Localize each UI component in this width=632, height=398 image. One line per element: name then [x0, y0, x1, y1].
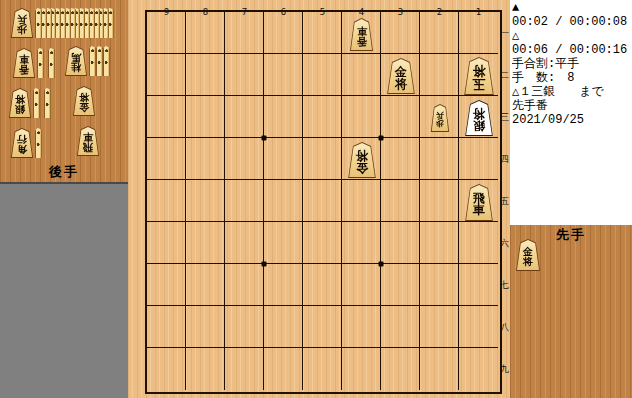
hand-piece-stack-桂馬: [89, 46, 96, 76]
board-square[interactable]: [420, 306, 459, 348]
sente-mark: ▲: [512, 1, 632, 15]
board-square[interactable]: [147, 12, 186, 54]
board-square[interactable]: [225, 54, 264, 96]
board-square[interactable]: [381, 306, 420, 348]
rank-label: 八: [499, 306, 510, 348]
board-square[interactable]: [147, 348, 186, 390]
board-square[interactable]: [303, 180, 342, 222]
board-square[interactable]: [264, 264, 303, 306]
handicap-text: 手合割:平手: [512, 57, 632, 71]
board-square[interactable]: [225, 180, 264, 222]
hand-piece-金将[interactable]: 金 将: [72, 86, 96, 116]
gote-tray-label: 後手: [0, 163, 128, 181]
board-square[interactable]: [147, 138, 186, 180]
board-square[interactable]: [264, 138, 303, 180]
board-square[interactable]: [225, 306, 264, 348]
board-square[interactable]: [264, 54, 303, 96]
board-square[interactable]: [264, 96, 303, 138]
gote-mark: △: [512, 29, 632, 43]
piece-kanji: 角 行: [17, 134, 27, 154]
file-labels: 987654321: [147, 0, 498, 10]
board-square[interactable]: [342, 264, 381, 306]
board-square[interactable]: [225, 348, 264, 390]
piece-kanji: 飛 車: [473, 192, 485, 216]
board-square[interactable]: [147, 222, 186, 264]
hand-piece-stack-銀将: [44, 88, 51, 118]
board-square[interactable]: [420, 264, 459, 306]
last-move-text: △１三銀 まで: [512, 85, 632, 99]
board-square[interactable]: [225, 264, 264, 306]
hand-piece-stack-桂馬: [96, 46, 103, 76]
board-square[interactable]: [186, 12, 225, 54]
board-square[interactable]: [147, 96, 186, 138]
board-square[interactable]: [186, 96, 225, 138]
board-square[interactable]: [459, 348, 498, 390]
right-column: ▲ 00:02 / 00:00:08 △ 00:06 / 00:00:16 手合…: [510, 0, 632, 398]
board-square[interactable]: [303, 138, 342, 180]
hand-piece-stack-香車: [48, 48, 55, 78]
board-square[interactable]: [186, 138, 225, 180]
board-square[interactable]: [147, 180, 186, 222]
board-square[interactable]: [459, 306, 498, 348]
board-square[interactable]: [264, 306, 303, 348]
rank-label: 二: [499, 54, 510, 96]
board-square[interactable]: [147, 54, 186, 96]
board-square[interactable]: [342, 306, 381, 348]
left-gray-panel: [0, 182, 128, 398]
turn-text: 先手番: [512, 99, 632, 113]
piece-kanji: 金 将: [395, 65, 407, 89]
piece-kanji: 玉 将: [473, 65, 486, 92]
board-square[interactable]: [381, 12, 420, 54]
board-square[interactable]: [420, 12, 459, 54]
board-square[interactable]: [420, 180, 459, 222]
hand-piece-歩兵[interactable]: 歩 兵: [10, 8, 34, 38]
rank-label: 九: [499, 348, 510, 390]
shogi-app-window: { "game": "shogi", "position": { "sfen":…: [0, 0, 632, 398]
board-square[interactable]: [420, 222, 459, 264]
board-square[interactable]: [186, 180, 225, 222]
board-square[interactable]: [303, 348, 342, 390]
board-square[interactable]: [303, 306, 342, 348]
date-text: 2021/09/25: [512, 113, 632, 127]
board-square[interactable]: [147, 306, 186, 348]
board-square[interactable]: [303, 12, 342, 54]
board-square[interactable]: [303, 222, 342, 264]
board-square[interactable]: [381, 222, 420, 264]
piece-kanji: 金 将: [523, 246, 533, 266]
board-grid: [145, 10, 502, 394]
star-point: [379, 262, 384, 267]
board-square[interactable]: [264, 180, 303, 222]
piece-kanji: 歩 兵: [17, 14, 27, 34]
board-square[interactable]: [186, 348, 225, 390]
board-square[interactable]: [303, 264, 342, 306]
hand-piece-銀将[interactable]: 銀 将: [8, 88, 32, 118]
board-square[interactable]: [186, 306, 225, 348]
shogi-board: 987654321 一二三四五六七八九 香 車金 将玉 将歩 兵銀 将金 将飛 …: [128, 0, 510, 398]
board-square[interactable]: [303, 54, 342, 96]
board-square[interactable]: [420, 348, 459, 390]
board-square[interactable]: [342, 222, 381, 264]
board-square[interactable]: [381, 264, 420, 306]
board-square[interactable]: [381, 96, 420, 138]
piece-kanji: 金 将: [79, 92, 89, 112]
board-square[interactable]: [342, 96, 381, 138]
board-square[interactable]: [225, 222, 264, 264]
star-point: [262, 136, 267, 141]
piece-kanji: 銀 将: [473, 107, 485, 131]
piece-kanji: 金 将: [356, 149, 368, 173]
board-square[interactable]: [225, 96, 264, 138]
star-point: [379, 136, 384, 141]
star-point: [262, 262, 267, 267]
board-square[interactable]: [381, 180, 420, 222]
gote-time: 00:06 / 00:00:16: [512, 43, 632, 57]
board-square[interactable]: [381, 348, 420, 390]
rank-label: 一: [499, 12, 510, 54]
hand-piece-桂馬[interactable]: 桂 馬: [64, 46, 88, 76]
hand-piece-stack-歩兵: [35, 8, 42, 38]
hand-piece-角行[interactable]: 角 行: [10, 128, 34, 158]
piece-kanji: 飛 車: [83, 132, 93, 152]
hand-piece-香車[interactable]: 香 車: [12, 48, 36, 78]
board-square[interactable]: [303, 96, 342, 138]
rank-label: 五: [499, 180, 510, 222]
board-square[interactable]: [381, 138, 420, 180]
board-square[interactable]: [264, 12, 303, 54]
move-count-text: 手 数: 8: [512, 71, 632, 85]
piece-kanji: 銀 将: [15, 94, 25, 114]
game-info-panel: ▲ 00:02 / 00:00:08 △ 00:06 / 00:00:16 手合…: [510, 0, 632, 225]
rank-label: 四: [499, 138, 510, 180]
rank-label: 三: [499, 96, 510, 138]
hand-piece-飛車[interactable]: 飛 車: [76, 126, 100, 156]
rank-labels: 一二三四五六七八九: [499, 12, 510, 390]
board-square[interactable]: [342, 348, 381, 390]
board-square[interactable]: [420, 54, 459, 96]
board-square[interactable]: [186, 54, 225, 96]
piece-kanji: 香 車: [19, 54, 29, 74]
sente-time: 00:02 / 00:00:08: [512, 15, 632, 29]
board-square[interactable]: [342, 180, 381, 222]
board-square[interactable]: [225, 138, 264, 180]
hand-piece-stack-香車: [37, 48, 44, 78]
piece-kanji: 桂 馬: [71, 52, 81, 72]
board-square[interactable]: [342, 54, 381, 96]
gote-hand-tray: 後手 歩 兵香 車桂 馬銀 将金 将角 行飛 車: [0, 0, 128, 182]
board-square[interactable]: [459, 264, 498, 306]
board-square[interactable]: [147, 264, 186, 306]
hand-piece-stack-桂馬: [103, 46, 110, 76]
board-square[interactable]: [459, 138, 498, 180]
hand-piece-stack-銀将: [33, 88, 40, 118]
board-square[interactable]: [264, 348, 303, 390]
hand-piece-stack-角行: [35, 128, 42, 158]
board-square[interactable]: [420, 138, 459, 180]
sente-hand-tray: 先手 金 将: [510, 225, 632, 398]
board-square[interactable]: [186, 222, 225, 264]
board-square[interactable]: [459, 12, 498, 54]
board-square[interactable]: [459, 222, 498, 264]
board-square[interactable]: [264, 222, 303, 264]
rank-label: 七: [499, 264, 510, 306]
board-square[interactable]: [225, 12, 264, 54]
piece-kanji: 香 車: [357, 26, 367, 46]
board-square[interactable]: [186, 264, 225, 306]
rank-label: 六: [499, 222, 510, 264]
piece-kanji: 歩 兵: [436, 111, 444, 127]
